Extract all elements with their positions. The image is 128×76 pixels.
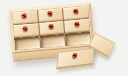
compartment-lid[interactable]: [12, 10, 38, 24]
compartment-lid[interactable]: [64, 19, 90, 33]
open-compartment[interactable]: [66, 32, 92, 46]
ladybug-knob-icon: [47, 11, 52, 16]
compartment-lid[interactable]: [39, 21, 65, 35]
compartment-lid[interactable]: [13, 23, 39, 37]
open-compartment[interactable]: [14, 36, 40, 50]
ladybug-knob-icon: [48, 24, 53, 29]
ladybug-knob-icon: [74, 22, 79, 27]
product-photo-scene: [0, 0, 128, 76]
open-compartment[interactable]: [40, 34, 66, 48]
compartment-lid[interactable]: [63, 6, 89, 20]
ladybug-knob-icon: [72, 52, 77, 58]
removed-lid-with-knob[interactable]: [56, 48, 94, 70]
ladybug-knob-icon: [73, 9, 78, 14]
compartment-grid: [12, 6, 91, 50]
ladybug-knob-icon: [23, 26, 28, 31]
ladybug-knob-icon: [22, 13, 27, 18]
compartment-lid[interactable]: [38, 8, 64, 22]
